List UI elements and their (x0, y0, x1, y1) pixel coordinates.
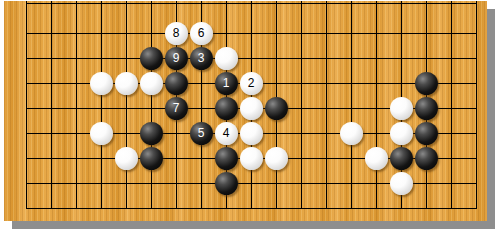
white-stone[interactable] (390, 172, 413, 195)
board-gridline-top-partial (26, 3, 477, 4)
white-stone-move-2[interactable]: 2 (240, 72, 263, 95)
white-stone[interactable] (140, 72, 163, 95)
black-stone[interactable] (415, 147, 438, 170)
white-stone[interactable] (340, 122, 363, 145)
black-stone[interactable] (140, 122, 163, 145)
black-stone[interactable] (215, 147, 238, 170)
white-stone[interactable] (390, 122, 413, 145)
black-stone-move-3[interactable]: 3 (190, 47, 213, 70)
white-stone[interactable] (265, 147, 288, 170)
white-stone-move-6[interactable]: 6 (190, 22, 213, 45)
black-stone[interactable] (390, 147, 413, 170)
black-stone[interactable] (215, 172, 238, 195)
white-stone[interactable] (240, 147, 263, 170)
black-stone[interactable] (140, 47, 163, 70)
black-stone[interactable] (140, 147, 163, 170)
white-stone[interactable] (390, 97, 413, 120)
black-stone[interactable] (415, 72, 438, 95)
white-stone[interactable] (90, 122, 113, 145)
black-stone[interactable] (415, 122, 438, 145)
white-stone-move-8[interactable]: 8 (165, 22, 188, 45)
white-stone[interactable] (115, 72, 138, 95)
white-stone[interactable] (115, 147, 138, 170)
white-stone[interactable] (365, 147, 388, 170)
page-background: 869312754 (0, 0, 500, 235)
go-board[interactable]: 869312754 (4, 1, 487, 221)
stones-layer: 869312754 (14, 21, 489, 196)
black-stone[interactable] (165, 72, 188, 95)
white-stone[interactable] (90, 72, 113, 95)
black-stone-move-1[interactable]: 1 (215, 72, 238, 95)
black-stone[interactable] (265, 97, 288, 120)
black-stone-move-7[interactable]: 7 (165, 97, 188, 120)
white-stone[interactable] (240, 122, 263, 145)
black-stone-move-9[interactable]: 9 (165, 47, 188, 70)
white-stone[interactable] (240, 97, 263, 120)
black-stone-move-5[interactable]: 5 (190, 122, 213, 145)
white-stone-move-4[interactable]: 4 (215, 122, 238, 145)
black-stone[interactable] (215, 97, 238, 120)
white-stone[interactable] (215, 47, 238, 70)
black-stone[interactable] (415, 97, 438, 120)
